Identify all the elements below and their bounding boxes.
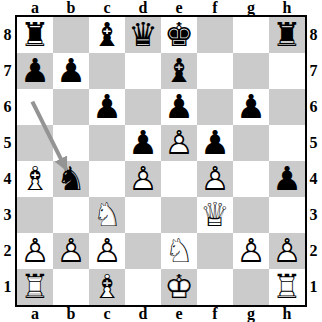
rank-label-4: 4 (0, 161, 15, 197)
piece-white-bishop: ♝♗ (89, 269, 125, 305)
rank-label-2: 2 (306, 233, 321, 269)
square-g6[interactable]: ♟ (233, 89, 269, 125)
square-h5[interactable] (269, 125, 305, 161)
square-c2[interactable]: ♟♙ (89, 233, 125, 269)
square-a7[interactable]: ♟ (17, 53, 53, 89)
rank-label-1: 1 (0, 269, 15, 305)
file-label-e: e (161, 306, 197, 321)
square-h7[interactable] (269, 53, 305, 89)
rank-label-6: 6 (0, 89, 15, 125)
white-piece-outline: ♙ (197, 161, 233, 197)
piece-black-king: ♚ (161, 17, 197, 53)
piece-black-knight: ♞ (53, 161, 89, 197)
square-g4[interactable] (233, 161, 269, 197)
square-h8[interactable]: ♜ (269, 17, 305, 53)
square-c6[interactable]: ♟ (89, 89, 125, 125)
rank-label-3: 3 (306, 197, 321, 233)
piece-white-pawn: ♟♙ (125, 161, 161, 197)
piece-black-pawn: ♟ (161, 89, 197, 125)
square-b8[interactable] (53, 17, 89, 53)
black-piece-glyph: ♟ (269, 161, 305, 197)
piece-black-rook: ♜ (17, 17, 53, 53)
square-b1[interactable] (53, 269, 89, 305)
square-c8[interactable]: ♝ (89, 17, 125, 53)
black-piece-glyph: ♚ (161, 17, 197, 53)
file-label-d: d (125, 306, 161, 321)
square-f6[interactable] (197, 89, 233, 125)
piece-white-pawn: ♟♙ (17, 233, 53, 269)
square-g7[interactable] (233, 53, 269, 89)
white-piece-outline: ♙ (125, 161, 161, 197)
file-label-a: a (17, 0, 53, 15)
white-piece-outline: ♕ (197, 197, 233, 233)
piece-black-queen: ♛ (125, 17, 161, 53)
file-label-f: f (197, 0, 233, 15)
square-e5[interactable]: ♟♙ (161, 125, 197, 161)
square-d7[interactable] (125, 53, 161, 89)
piece-black-pawn: ♟ (89, 89, 125, 125)
square-c1[interactable]: ♝♗ (89, 269, 125, 305)
square-b6[interactable] (53, 89, 89, 125)
piece-black-pawn: ♟ (125, 125, 161, 161)
file-label-c: c (89, 306, 125, 321)
rank-label-7: 7 (306, 53, 321, 89)
square-h1[interactable]: ♜♖ (269, 269, 305, 305)
square-e4[interactable] (161, 161, 197, 197)
piece-black-pawn: ♟ (197, 125, 233, 161)
square-b5[interactable] (53, 125, 89, 161)
square-d8[interactable]: ♛ (125, 17, 161, 53)
piece-white-bishop: ♝♗ (17, 161, 53, 197)
square-h6[interactable] (269, 89, 305, 125)
square-a5[interactable] (17, 125, 53, 161)
square-e8[interactable]: ♚ (161, 17, 197, 53)
square-g1[interactable] (233, 269, 269, 305)
black-piece-glyph: ♝ (89, 17, 125, 53)
white-piece-outline: ♔ (161, 269, 197, 305)
rank-label-2: 2 (0, 233, 15, 269)
square-c5[interactable] (89, 125, 125, 161)
square-a8[interactable]: ♜ (17, 17, 53, 53)
white-piece-outline: ♙ (53, 233, 89, 269)
piece-black-bishop: ♝ (161, 53, 197, 89)
white-piece-outline: ♘ (161, 233, 197, 269)
square-h4[interactable]: ♟ (269, 161, 305, 197)
file-label-g: g (233, 0, 269, 15)
file-labels-top: abcdefgh (17, 0, 305, 15)
black-piece-glyph: ♛ (125, 17, 161, 53)
white-piece-outline: ♙ (161, 125, 197, 161)
square-g8[interactable] (233, 17, 269, 53)
square-f3[interactable]: ♛♕ (197, 197, 233, 233)
white-piece-outline: ♙ (233, 233, 269, 269)
square-f1[interactable] (197, 269, 233, 305)
rank-label-3: 3 (0, 197, 15, 233)
file-label-a: a (17, 306, 53, 321)
chess-board: ♜♝♛♚♜♟♟♝♟♟♟♟♟♙♟♝♗♞♟♙♟♙♟♞♘♛♕♟♙♟♙♟♙♞♘♟♙♟♙♜… (15, 15, 307, 307)
file-label-f: f (197, 306, 233, 321)
square-e3[interactable] (161, 197, 197, 233)
black-piece-glyph: ♟ (53, 53, 89, 89)
black-piece-glyph: ♜ (17, 17, 53, 53)
piece-black-pawn: ♟ (269, 161, 305, 197)
file-label-e: e (161, 0, 197, 15)
square-f2[interactable] (197, 233, 233, 269)
square-f5[interactable]: ♟ (197, 125, 233, 161)
piece-black-pawn: ♟ (53, 53, 89, 89)
square-a6[interactable] (17, 89, 53, 125)
square-a3[interactable] (17, 197, 53, 233)
square-a4[interactable]: ♝♗ (17, 161, 53, 197)
piece-black-bishop: ♝ (89, 17, 125, 53)
piece-white-knight: ♞♘ (161, 233, 197, 269)
white-piece-outline: ♖ (17, 269, 53, 305)
file-label-d: d (125, 0, 161, 15)
black-piece-glyph: ♜ (269, 17, 305, 53)
square-e1[interactable]: ♚♔ (161, 269, 197, 305)
piece-white-queen: ♛♕ (197, 197, 233, 233)
square-c4[interactable] (89, 161, 125, 197)
file-label-h: h (269, 306, 305, 321)
square-g2[interactable]: ♟♙ (233, 233, 269, 269)
square-f7[interactable] (197, 53, 233, 89)
file-label-c: c (89, 0, 125, 15)
white-piece-outline: ♗ (17, 161, 53, 197)
square-d6[interactable] (125, 89, 161, 125)
rank-label-5: 5 (306, 125, 321, 161)
square-f8[interactable] (197, 17, 233, 53)
rank-label-6: 6 (306, 89, 321, 125)
black-piece-glyph: ♟ (197, 125, 233, 161)
rank-label-7: 7 (0, 53, 15, 89)
square-c3[interactable]: ♞♘ (89, 197, 125, 233)
square-d5[interactable]: ♟ (125, 125, 161, 161)
piece-black-pawn: ♟ (17, 53, 53, 89)
piece-white-knight: ♞♘ (89, 197, 125, 233)
square-f4[interactable]: ♟♙ (197, 161, 233, 197)
square-g3[interactable] (233, 197, 269, 233)
black-piece-glyph: ♟ (17, 53, 53, 89)
rank-label-1: 1 (306, 269, 321, 305)
piece-white-pawn: ♟♙ (53, 233, 89, 269)
black-piece-glyph: ♟ (233, 89, 269, 125)
rank-label-4: 4 (306, 161, 321, 197)
square-a2[interactable]: ♟♙ (17, 233, 53, 269)
piece-white-pawn: ♟♙ (197, 161, 233, 197)
square-e6[interactable]: ♟ (161, 89, 197, 125)
white-piece-outline: ♗ (89, 269, 125, 305)
rank-labels-right: 87654321 (306, 17, 322, 305)
square-d2[interactable] (125, 233, 161, 269)
square-c7[interactable] (89, 53, 125, 89)
piece-black-pawn: ♟ (233, 89, 269, 125)
rank-labels-left: 87654321 (0, 17, 15, 305)
square-e7[interactable]: ♝ (161, 53, 197, 89)
square-h2[interactable]: ♟♙ (269, 233, 305, 269)
file-label-h: h (269, 0, 305, 15)
file-labels-bottom: abcdefgh (17, 306, 305, 322)
rank-label-8: 8 (0, 17, 15, 53)
piece-white-rook: ♜♖ (17, 269, 53, 305)
piece-white-pawn: ♟♙ (269, 233, 305, 269)
black-piece-glyph: ♝ (161, 53, 197, 89)
white-piece-outline: ♘ (89, 197, 125, 233)
square-a1[interactable]: ♜♖ (17, 269, 53, 305)
black-piece-glyph: ♟ (125, 125, 161, 161)
square-b4[interactable]: ♞ (53, 161, 89, 197)
square-h3[interactable] (269, 197, 305, 233)
piece-white-pawn: ♟♙ (161, 125, 197, 161)
square-d1[interactable] (125, 269, 161, 305)
black-piece-glyph: ♟ (89, 89, 125, 125)
file-label-b: b (53, 306, 89, 321)
white-piece-outline: ♙ (89, 233, 125, 269)
square-e2[interactable]: ♞♘ (161, 233, 197, 269)
file-label-b: b (53, 0, 89, 15)
square-d3[interactable] (125, 197, 161, 233)
piece-white-pawn: ♟♙ (233, 233, 269, 269)
rank-label-8: 8 (306, 17, 321, 53)
square-d4[interactable]: ♟♙ (125, 161, 161, 197)
square-g5[interactable] (233, 125, 269, 161)
black-piece-glyph: ♟ (161, 89, 197, 125)
white-piece-outline: ♖ (269, 269, 305, 305)
square-b7[interactable]: ♟ (53, 53, 89, 89)
square-b2[interactable]: ♟♙ (53, 233, 89, 269)
piece-white-pawn: ♟♙ (89, 233, 125, 269)
board-grid: ♜♝♛♚♜♟♟♝♟♟♟♟♟♙♟♝♗♞♟♙♟♙♟♞♘♛♕♟♙♟♙♟♙♞♘♟♙♟♙♜… (17, 17, 305, 305)
rank-label-5: 5 (0, 125, 15, 161)
piece-black-rook: ♜ (269, 17, 305, 53)
piece-white-rook: ♜♖ (269, 269, 305, 305)
white-piece-outline: ♙ (269, 233, 305, 269)
square-b3[interactable] (53, 197, 89, 233)
piece-white-king: ♚♔ (161, 269, 197, 305)
file-label-g: g (233, 306, 269, 321)
chess-diagram: abcdefgh abcdefgh 87654321 87654321 ♜♝♛♚… (0, 0, 322, 322)
black-piece-glyph: ♞ (53, 161, 89, 197)
white-piece-outline: ♙ (17, 233, 53, 269)
